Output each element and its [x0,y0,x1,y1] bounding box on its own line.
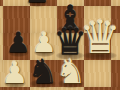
board-square-r3-c5[interactable] [111,60,120,87]
board-square-r4-c5[interactable] [111,87,120,90]
knight-glyph: ♞ [54,54,88,88]
board-square-r3-c4[interactable] [84,60,111,87]
chess-game-screen: ♟♝♟♟♛♛♟♞♞ [0,0,120,90]
pawn-glyph: ♟ [23,0,51,7]
board-square-r4-c4[interactable] [84,87,111,90]
white-knight-piece-e3[interactable]: ♞ [54,54,88,88]
black-pawn-piece-d6[interactable]: ♟ [23,0,51,7]
